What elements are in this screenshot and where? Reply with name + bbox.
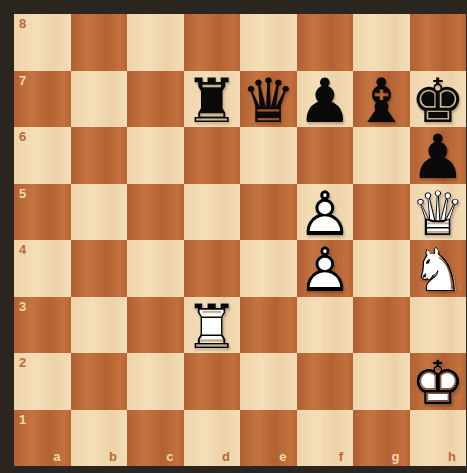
square-f7[interactable]: ♟ <box>297 71 354 128</box>
square-f6[interactable] <box>297 127 354 184</box>
black-bishop-glyph: ♝ <box>353 71 410 128</box>
square-h4[interactable]: ♞♘ <box>410 240 467 297</box>
square-a2[interactable]: 2 <box>14 353 71 410</box>
rank-label-4: 4 <box>19 243 26 256</box>
square-e8[interactable] <box>240 14 297 71</box>
square-h6[interactable]: ♟ <box>410 127 467 184</box>
square-e2[interactable] <box>240 353 297 410</box>
square-g3[interactable] <box>353 297 410 354</box>
square-a6[interactable]: 6 <box>14 127 71 184</box>
rank-label-6: 6 <box>19 130 26 143</box>
square-d2[interactable] <box>184 353 241 410</box>
square-c6[interactable] <box>127 127 184 184</box>
square-e4[interactable] <box>240 240 297 297</box>
file-label-h: h <box>448 450 456 463</box>
square-d5[interactable] <box>184 184 241 241</box>
square-h8[interactable] <box>410 14 467 71</box>
white-rook-outline-icon: ♖ <box>184 297 241 354</box>
rank-label-2: 2 <box>19 356 26 369</box>
piece-white-queen[interactable]: ♛♕ <box>410 184 467 241</box>
square-g2[interactable] <box>353 353 410 410</box>
square-f8[interactable] <box>297 14 354 71</box>
rank-label-3: 3 <box>19 300 26 313</box>
file-label-e: e <box>279 450 286 463</box>
square-h1[interactable]: h <box>410 410 467 467</box>
square-g1[interactable]: g <box>353 410 410 467</box>
square-b3[interactable] <box>71 297 128 354</box>
square-d7[interactable]: ♜ <box>184 71 241 128</box>
square-b6[interactable] <box>71 127 128 184</box>
square-f4[interactable]: ♟♙ <box>297 240 354 297</box>
square-e5[interactable] <box>240 184 297 241</box>
square-g5[interactable] <box>353 184 410 241</box>
rank-label-5: 5 <box>19 187 26 200</box>
piece-black-king[interactable]: ♚ <box>410 71 467 128</box>
square-c1[interactable]: c <box>127 410 184 467</box>
square-e6[interactable] <box>240 127 297 184</box>
piece-white-king[interactable]: ♚♔ <box>410 353 467 410</box>
file-label-c: c <box>166 450 173 463</box>
square-d8[interactable] <box>184 14 241 71</box>
square-d3[interactable]: ♜♖ <box>184 297 241 354</box>
rank-label-8: 8 <box>19 17 26 30</box>
piece-black-bishop[interactable]: ♝ <box>353 71 410 128</box>
square-a7[interactable]: 7 <box>14 71 71 128</box>
piece-black-pawn[interactable]: ♟ <box>297 71 354 128</box>
square-h7[interactable]: ♚ <box>410 71 467 128</box>
square-f2[interactable] <box>297 353 354 410</box>
piece-white-pawn[interactable]: ♟♙ <box>297 240 354 297</box>
square-h3[interactable] <box>410 297 467 354</box>
square-e3[interactable] <box>240 297 297 354</box>
square-b1[interactable]: b <box>71 410 128 467</box>
square-d6[interactable] <box>184 127 241 184</box>
white-knight-outline-icon: ♘ <box>410 240 467 297</box>
file-label-f: f <box>339 450 343 463</box>
square-a5[interactable]: 5 <box>14 184 71 241</box>
square-c3[interactable] <box>127 297 184 354</box>
rank-label-7: 7 <box>19 74 26 87</box>
square-b7[interactable] <box>71 71 128 128</box>
file-label-d: d <box>222 450 230 463</box>
square-c8[interactable] <box>127 14 184 71</box>
black-pawn-glyph: ♟ <box>297 71 354 128</box>
square-c5[interactable] <box>127 184 184 241</box>
rank-label-1: 1 <box>19 413 26 426</box>
square-a4[interactable]: 4 <box>14 240 71 297</box>
piece-black-pawn[interactable]: ♟ <box>410 127 467 184</box>
square-g8[interactable] <box>353 14 410 71</box>
piece-white-pawn[interactable]: ♟♙ <box>297 184 354 241</box>
square-f5[interactable]: ♟♙ <box>297 184 354 241</box>
piece-black-rook[interactable]: ♜ <box>184 71 241 128</box>
square-g6[interactable] <box>353 127 410 184</box>
square-b2[interactable] <box>71 353 128 410</box>
square-h2[interactable]: ♚♔ <box>410 353 467 410</box>
square-g7[interactable]: ♝ <box>353 71 410 128</box>
square-f3[interactable] <box>297 297 354 354</box>
square-d1[interactable]: d <box>184 410 241 467</box>
black-king-glyph: ♚ <box>410 71 467 128</box>
square-f1[interactable]: f <box>297 410 354 467</box>
square-h5[interactable]: ♛♕ <box>410 184 467 241</box>
black-pawn-glyph: ♟ <box>410 127 467 184</box>
square-e1[interactable]: e <box>240 410 297 467</box>
square-b4[interactable] <box>71 240 128 297</box>
square-e7[interactable]: ♛ <box>240 71 297 128</box>
square-c2[interactable] <box>127 353 184 410</box>
square-c4[interactable] <box>127 240 184 297</box>
file-label-g: g <box>392 450 400 463</box>
white-pawn-outline-icon: ♙ <box>297 184 354 241</box>
white-king-outline-icon: ♔ <box>410 353 467 410</box>
piece-white-rook[interactable]: ♜♖ <box>184 297 241 354</box>
file-label-a: a <box>53 450 60 463</box>
black-rook-glyph: ♜ <box>184 71 241 128</box>
piece-white-knight[interactable]: ♞♘ <box>410 240 467 297</box>
white-queen-outline-icon: ♕ <box>410 184 467 241</box>
square-a1[interactable]: 1a <box>14 410 71 467</box>
square-b5[interactable] <box>71 184 128 241</box>
chess-board: 87♜♛♟♝♚6♟5♟♙♛♕4♟♙♞♘3♜♖2♚♔1abcdefgh <box>14 14 466 466</box>
square-c7[interactable] <box>127 71 184 128</box>
square-b8[interactable] <box>71 14 128 71</box>
file-label-b: b <box>109 450 117 463</box>
square-d4[interactable] <box>184 240 241 297</box>
square-a3[interactable]: 3 <box>14 297 71 354</box>
piece-black-queen[interactable]: ♛ <box>240 71 297 128</box>
square-g4[interactable] <box>353 240 410 297</box>
square-a8[interactable]: 8 <box>14 14 71 71</box>
white-pawn-outline-icon: ♙ <box>297 240 354 297</box>
black-queen-glyph: ♛ <box>240 71 297 128</box>
